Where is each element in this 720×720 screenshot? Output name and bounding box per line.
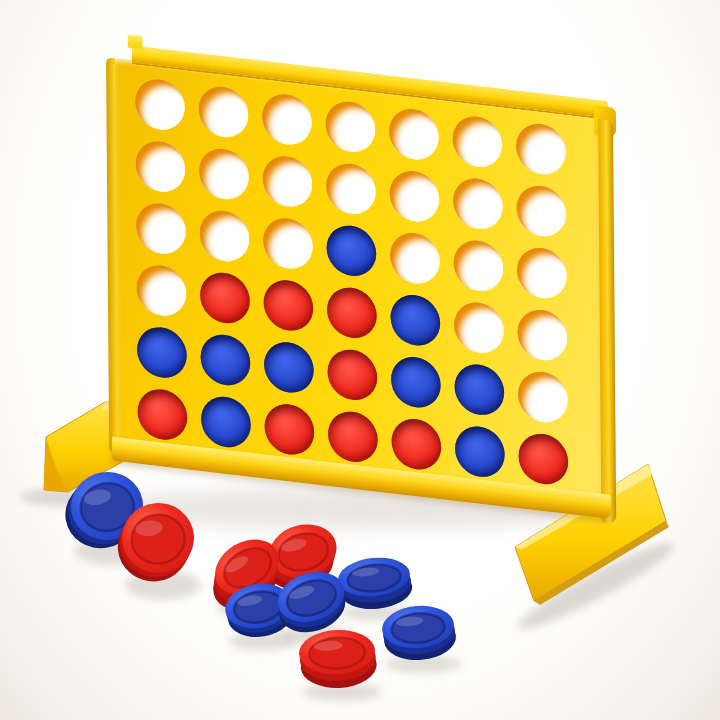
- table-discs-layer: [0, 0, 720, 720]
- scene: [0, 0, 720, 720]
- loose-disc-blue-5[interactable]: [336, 554, 414, 612]
